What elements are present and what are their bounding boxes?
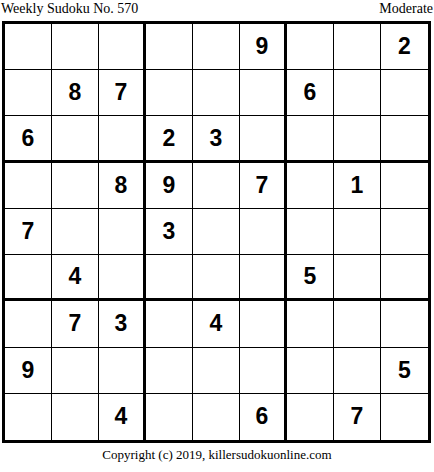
cell-r5c8[interactable]	[334, 209, 381, 255]
cell-r5c1[interactable]: 7	[5, 209, 52, 255]
cell-r3c3[interactable]	[99, 116, 146, 162]
cell-r6c3[interactable]	[99, 255, 146, 301]
cell-r9c8[interactable]: 7	[334, 394, 381, 440]
cell-r8c4[interactable]	[146, 348, 193, 394]
cell-r9c2[interactable]	[52, 394, 99, 440]
cell-r4c3[interactable]: 8	[99, 163, 146, 209]
cell-r4c7[interactable]	[287, 163, 334, 209]
cell-r2c6[interactable]	[240, 70, 287, 116]
cell-r8c3[interactable]	[99, 348, 146, 394]
cell-r1c1[interactable]	[5, 24, 52, 70]
difficulty-label: Moderate	[379, 0, 434, 18]
cell-r1c4[interactable]	[146, 24, 193, 70]
cell-r6c4[interactable]	[146, 255, 193, 301]
cell-r5c5[interactable]	[193, 209, 240, 255]
cell-r3c2[interactable]	[52, 116, 99, 162]
sudoku-board: 928766238971734573495467	[2, 21, 431, 443]
cell-r1c6[interactable]: 9	[240, 24, 287, 70]
cell-r9c5[interactable]	[193, 394, 240, 440]
sudoku-page: Weekly Sudoku No. 570 Moderate 928766238…	[0, 0, 434, 472]
cell-r1c3[interactable]	[99, 24, 146, 70]
cell-r4c9[interactable]	[381, 163, 428, 209]
cell-r9c9[interactable]	[381, 394, 428, 440]
cell-r6c9[interactable]	[381, 255, 428, 301]
cell-r9c3[interactable]: 4	[99, 394, 146, 440]
cell-r2c7[interactable]: 6	[287, 70, 334, 116]
cell-r7c1[interactable]	[5, 301, 52, 347]
cell-r2c3[interactable]: 7	[99, 70, 146, 116]
cell-r8c7[interactable]	[287, 348, 334, 394]
cell-r3c9[interactable]	[381, 116, 428, 162]
cell-r7c5[interactable]: 4	[193, 301, 240, 347]
cell-r5c3[interactable]	[99, 209, 146, 255]
cell-r9c1[interactable]	[5, 394, 52, 440]
cell-r7c3[interactable]: 3	[99, 301, 146, 347]
cell-r1c7[interactable]	[287, 24, 334, 70]
copyright-text: Copyright (c) 2019, killersudokuonline.c…	[0, 446, 434, 464]
cell-r2c9[interactable]	[381, 70, 428, 116]
cell-r4c1[interactable]	[5, 163, 52, 209]
cell-r2c2[interactable]: 8	[52, 70, 99, 116]
cell-r8c1[interactable]: 9	[5, 348, 52, 394]
cell-r3c4[interactable]: 2	[146, 116, 193, 162]
cell-r5c2[interactable]	[52, 209, 99, 255]
cell-r5c7[interactable]	[287, 209, 334, 255]
cell-r8c8[interactable]	[334, 348, 381, 394]
cell-r5c4[interactable]: 3	[146, 209, 193, 255]
cell-r5c6[interactable]	[240, 209, 287, 255]
cell-r8c9[interactable]: 5	[381, 348, 428, 394]
cell-r1c8[interactable]	[334, 24, 381, 70]
cell-r2c5[interactable]	[193, 70, 240, 116]
cell-r6c8[interactable]	[334, 255, 381, 301]
cell-r1c5[interactable]	[193, 24, 240, 70]
cell-r3c7[interactable]	[287, 116, 334, 162]
cell-r7c8[interactable]	[334, 301, 381, 347]
cell-r7c4[interactable]	[146, 301, 193, 347]
cell-r9c4[interactable]	[146, 394, 193, 440]
cell-r7c7[interactable]	[287, 301, 334, 347]
cell-r4c4[interactable]: 9	[146, 163, 193, 209]
cell-r8c2[interactable]	[52, 348, 99, 394]
cell-r9c6[interactable]: 6	[240, 394, 287, 440]
cell-r6c6[interactable]	[240, 255, 287, 301]
cell-r2c1[interactable]	[5, 70, 52, 116]
cell-r4c8[interactable]: 1	[334, 163, 381, 209]
cell-r8c5[interactable]	[193, 348, 240, 394]
cell-r7c6[interactable]	[240, 301, 287, 347]
cell-r3c5[interactable]: 3	[193, 116, 240, 162]
cell-r2c8[interactable]	[334, 70, 381, 116]
cell-r3c1[interactable]: 6	[5, 116, 52, 162]
cell-r7c2[interactable]: 7	[52, 301, 99, 347]
cell-r8c6[interactable]	[240, 348, 287, 394]
puzzle-title: Weekly Sudoku No. 570	[0, 0, 138, 18]
cell-r4c2[interactable]	[52, 163, 99, 209]
cell-r4c5[interactable]	[193, 163, 240, 209]
cell-r6c5[interactable]	[193, 255, 240, 301]
cell-r5c9[interactable]	[381, 209, 428, 255]
cell-r3c6[interactable]	[240, 116, 287, 162]
header: Weekly Sudoku No. 570 Moderate	[0, 0, 434, 20]
cell-r4c6[interactable]: 7	[240, 163, 287, 209]
cell-r2c4[interactable]	[146, 70, 193, 116]
cell-r7c9[interactable]	[381, 301, 428, 347]
cell-r1c2[interactable]	[52, 24, 99, 70]
cell-r1c9[interactable]: 2	[381, 24, 428, 70]
cell-r3c8[interactable]	[334, 116, 381, 162]
cell-r6c2[interactable]: 4	[52, 255, 99, 301]
cell-r6c1[interactable]	[5, 255, 52, 301]
cell-r9c7[interactable]	[287, 394, 334, 440]
cell-r6c7[interactable]: 5	[287, 255, 334, 301]
